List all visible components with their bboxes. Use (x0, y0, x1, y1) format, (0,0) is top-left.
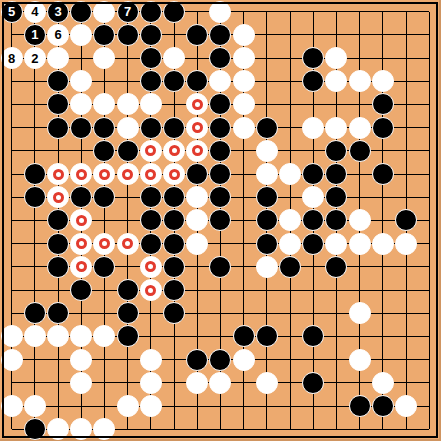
stone-white (140, 140, 162, 162)
numbered-stone-black: 3 (47, 1, 69, 23)
stone-white (395, 233, 417, 255)
stone-white (47, 186, 69, 208)
stone-white (117, 117, 139, 139)
stone-black (372, 117, 394, 139)
stone-white (1, 325, 23, 347)
stone-black (325, 256, 347, 278)
circle-marker (145, 261, 156, 272)
stone-white (186, 117, 208, 139)
numbered-stone-black: 1 (24, 24, 46, 46)
stone-black (233, 325, 255, 347)
stone-white (93, 325, 115, 347)
stone-white (209, 372, 231, 394)
stone-white (70, 93, 92, 115)
stone-black (163, 117, 185, 139)
stone-white (372, 233, 394, 255)
stone-white (186, 233, 208, 255)
stone-white (256, 372, 278, 394)
stone-black (302, 47, 324, 69)
stone-white (279, 233, 301, 255)
stone-white (70, 233, 92, 255)
stone-black (302, 70, 324, 92)
stone-white (325, 117, 347, 139)
circle-marker (145, 169, 156, 180)
stone-black (372, 395, 394, 417)
stone-white (209, 70, 231, 92)
stone-black (24, 186, 46, 208)
stone-black (140, 1, 162, 23)
stone-white (70, 418, 92, 440)
stone-white (93, 418, 115, 440)
stone-black (209, 24, 231, 46)
circle-marker (169, 169, 180, 180)
stone-white (70, 163, 92, 185)
stone-black (372, 93, 394, 115)
stone-white (256, 140, 278, 162)
stone-white (349, 349, 371, 371)
numbered-stone-black: 5 (1, 1, 23, 23)
stone-white (349, 233, 371, 255)
stone-white (70, 24, 92, 46)
stone-white (47, 47, 69, 69)
stone-black (186, 163, 208, 185)
stone-white (70, 349, 92, 371)
stone-black (372, 163, 394, 185)
stone-black (256, 233, 278, 255)
circle-marker (122, 169, 133, 180)
stone-black (70, 186, 92, 208)
circle-marker (145, 285, 156, 296)
stone-black (140, 24, 162, 46)
circle-marker (169, 145, 180, 156)
stone-white (140, 163, 162, 185)
stone-black (47, 93, 69, 115)
stone-black (186, 349, 208, 371)
stone-black (93, 256, 115, 278)
stone-white (47, 163, 69, 185)
stone-white (163, 163, 185, 185)
stone-white (24, 395, 46, 417)
stone-black (163, 1, 185, 23)
numbered-stone-white: 2 (24, 47, 46, 69)
numbered-stone-white: 8 (1, 47, 23, 69)
stone-black (302, 372, 324, 394)
stone-black (325, 163, 347, 185)
stone-black (24, 418, 46, 440)
stone-white (117, 93, 139, 115)
stone-black (117, 24, 139, 46)
stone-white (93, 163, 115, 185)
stone-black (395, 209, 417, 231)
stone-black (70, 1, 92, 23)
stone-black (93, 24, 115, 46)
stone-white (395, 395, 417, 417)
numbered-stone-white: 6 (47, 24, 69, 46)
stone-white (372, 70, 394, 92)
stone-white (117, 395, 139, 417)
stone-black (256, 209, 278, 231)
stone-black (47, 70, 69, 92)
stone-white (1, 395, 23, 417)
stone-white (302, 186, 324, 208)
stone-white (24, 325, 46, 347)
stone-white (163, 140, 185, 162)
stone-white (233, 70, 255, 92)
stone-black (209, 140, 231, 162)
go-board[interactable]: 54371682 (0, 0, 441, 441)
stone-black (256, 186, 278, 208)
stone-white (209, 1, 231, 23)
stone-white (186, 186, 208, 208)
stone-white (372, 372, 394, 394)
stone-white (256, 163, 278, 185)
stone-black (70, 117, 92, 139)
stone-black (47, 256, 69, 278)
stone-white (233, 349, 255, 371)
stone-black (209, 349, 231, 371)
stone-black (302, 163, 324, 185)
stone-white (349, 302, 371, 324)
circle-marker (76, 169, 87, 180)
stone-white (70, 372, 92, 394)
stone-black (140, 186, 162, 208)
stone-black (302, 233, 324, 255)
circle-marker (76, 238, 87, 249)
stone-white (186, 372, 208, 394)
stone-white (140, 256, 162, 278)
stone-black (209, 256, 231, 278)
stone-white (93, 233, 115, 255)
stone-white (349, 70, 371, 92)
numbered-stone-black: 7 (117, 1, 139, 23)
stone-black (47, 302, 69, 324)
stone-white (279, 163, 301, 185)
stone-black (163, 256, 185, 278)
stone-white (233, 47, 255, 69)
stone-white (70, 70, 92, 92)
stone-black (279, 256, 301, 278)
stone-black (256, 325, 278, 347)
stone-black (325, 186, 347, 208)
stone-black (93, 140, 115, 162)
stone-black (209, 47, 231, 69)
stone-black (117, 140, 139, 162)
stone-white (70, 325, 92, 347)
stone-black (117, 279, 139, 301)
stone-black (256, 117, 278, 139)
circle-marker (122, 238, 133, 249)
stones-layer: 54371682 (0, 0, 441, 441)
stone-black (140, 70, 162, 92)
circle-marker (192, 145, 203, 156)
stone-black (24, 163, 46, 185)
stone-black (163, 209, 185, 231)
stone-black (47, 233, 69, 255)
circle-marker (192, 122, 203, 133)
stone-white (279, 209, 301, 231)
circle-marker (76, 215, 87, 226)
stone-black (209, 163, 231, 185)
stone-white (93, 93, 115, 115)
stone-black (93, 117, 115, 139)
stone-black (117, 302, 139, 324)
stone-white (70, 209, 92, 231)
stone-white (1, 349, 23, 371)
circle-marker (53, 169, 64, 180)
circle-marker (99, 169, 110, 180)
stone-black (140, 233, 162, 255)
stone-white (325, 70, 347, 92)
stone-black (47, 117, 69, 139)
stone-black (163, 233, 185, 255)
stone-white (140, 395, 162, 417)
stone-black (302, 325, 324, 347)
stone-white (186, 209, 208, 231)
stone-white (47, 325, 69, 347)
stone-black (140, 47, 162, 69)
stone-white (302, 117, 324, 139)
stone-black (209, 209, 231, 231)
circle-marker (99, 238, 110, 249)
stone-white (140, 349, 162, 371)
stone-white (117, 233, 139, 255)
numbered-stone-white: 4 (24, 1, 46, 23)
stone-black (70, 279, 92, 301)
stone-black (163, 186, 185, 208)
stone-white (325, 47, 347, 69)
stone-black (140, 209, 162, 231)
stone-black (93, 186, 115, 208)
stone-black (186, 70, 208, 92)
stone-white (163, 47, 185, 69)
circle-marker (145, 145, 156, 156)
stone-white (70, 256, 92, 278)
stone-white (233, 117, 255, 139)
stone-black (302, 209, 324, 231)
stone-white (47, 418, 69, 440)
stone-white (186, 140, 208, 162)
stone-black (24, 302, 46, 324)
stone-black (163, 302, 185, 324)
circle-marker (53, 192, 64, 203)
stone-white (140, 372, 162, 394)
stone-black (325, 209, 347, 231)
stone-white (93, 1, 115, 23)
stone-white (349, 117, 371, 139)
stone-black (186, 24, 208, 46)
circle-marker (76, 261, 87, 272)
stone-black (117, 325, 139, 347)
stone-white (140, 279, 162, 301)
stone-black (325, 140, 347, 162)
stone-black (47, 209, 69, 231)
circle-marker (192, 99, 203, 110)
stone-black (349, 395, 371, 417)
stone-black (209, 186, 231, 208)
stone-white (233, 24, 255, 46)
stone-white (117, 163, 139, 185)
stone-white (93, 47, 115, 69)
stone-black (140, 117, 162, 139)
stone-white (140, 93, 162, 115)
stone-white (186, 93, 208, 115)
stone-white (233, 93, 255, 115)
stone-black (209, 93, 231, 115)
stone-white (349, 209, 371, 231)
stone-black (209, 117, 231, 139)
stone-black (349, 140, 371, 162)
stone-white (325, 233, 347, 255)
stone-black (163, 279, 185, 301)
stone-white (256, 256, 278, 278)
stone-black (163, 70, 185, 92)
